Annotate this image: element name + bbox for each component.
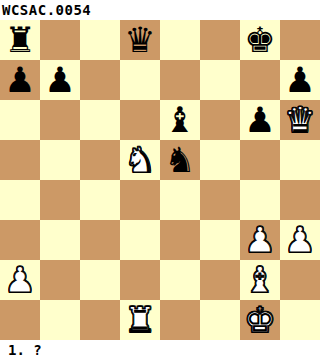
square-f3[interactable] <box>200 220 240 260</box>
square-b4[interactable] <box>40 180 80 220</box>
black-king: ♚ <box>244 20 275 60</box>
square-e6[interactable]: ♝ <box>160 100 200 140</box>
square-g2[interactable]: ♝ <box>240 260 280 300</box>
black-knight: ♞ <box>164 140 195 180</box>
square-g1[interactable]: ♚ <box>240 300 280 340</box>
chess-board: ♜♛♚♟♟♟♝♟♛♞♞♟♟♟♝♜♚ <box>0 20 320 340</box>
square-d3[interactable] <box>120 220 160 260</box>
square-g7[interactable] <box>240 60 280 100</box>
square-f2[interactable] <box>200 260 240 300</box>
black-pawn: ♟ <box>4 60 35 100</box>
square-f6[interactable] <box>200 100 240 140</box>
square-d6[interactable] <box>120 100 160 140</box>
square-c7[interactable] <box>80 60 120 100</box>
square-a7[interactable]: ♟ <box>0 60 40 100</box>
square-d2[interactable] <box>120 260 160 300</box>
square-a3[interactable] <box>0 220 40 260</box>
square-d1[interactable]: ♜ <box>120 300 160 340</box>
square-e1[interactable] <box>160 300 200 340</box>
square-h4[interactable] <box>280 180 320 220</box>
white-pawn: ♟ <box>244 220 275 260</box>
black-queen: ♛ <box>124 20 155 60</box>
square-g6[interactable]: ♟ <box>240 100 280 140</box>
square-h7[interactable]: ♟ <box>280 60 320 100</box>
square-b5[interactable] <box>40 140 80 180</box>
square-b7[interactable]: ♟ <box>40 60 80 100</box>
square-a8[interactable]: ♜ <box>0 20 40 60</box>
square-h2[interactable] <box>280 260 320 300</box>
square-e4[interactable] <box>160 180 200 220</box>
square-d4[interactable] <box>120 180 160 220</box>
square-a1[interactable] <box>0 300 40 340</box>
square-e8[interactable] <box>160 20 200 60</box>
black-bishop: ♝ <box>164 100 195 140</box>
square-e5[interactable]: ♞ <box>160 140 200 180</box>
white-queen: ♛ <box>284 100 315 140</box>
square-c3[interactable] <box>80 220 120 260</box>
square-f5[interactable] <box>200 140 240 180</box>
puzzle-title: WCSAC.0054 <box>0 0 320 20</box>
square-a2[interactable]: ♟ <box>0 260 40 300</box>
square-g5[interactable] <box>240 140 280 180</box>
square-b2[interactable] <box>40 260 80 300</box>
square-c4[interactable] <box>80 180 120 220</box>
black-pawn: ♟ <box>244 100 275 140</box>
move-prompt: 1. ? <box>0 340 320 360</box>
square-h8[interactable] <box>280 20 320 60</box>
square-b6[interactable] <box>40 100 80 140</box>
white-king: ♚ <box>244 300 275 340</box>
square-g4[interactable] <box>240 180 280 220</box>
square-b3[interactable] <box>40 220 80 260</box>
black-rook: ♜ <box>4 20 35 60</box>
square-e7[interactable] <box>160 60 200 100</box>
white-knight: ♞ <box>124 140 155 180</box>
square-f1[interactable] <box>200 300 240 340</box>
square-e2[interactable] <box>160 260 200 300</box>
white-pawn: ♟ <box>284 220 315 260</box>
black-pawn: ♟ <box>284 60 315 100</box>
square-d8[interactable]: ♛ <box>120 20 160 60</box>
square-e3[interactable] <box>160 220 200 260</box>
white-pawn: ♟ <box>4 260 35 300</box>
black-pawn: ♟ <box>44 60 75 100</box>
white-bishop: ♝ <box>244 260 275 300</box>
square-f4[interactable] <box>200 180 240 220</box>
square-a6[interactable] <box>0 100 40 140</box>
square-b8[interactable] <box>40 20 80 60</box>
square-a4[interactable] <box>0 180 40 220</box>
square-d7[interactable] <box>120 60 160 100</box>
square-b1[interactable] <box>40 300 80 340</box>
square-a5[interactable] <box>0 140 40 180</box>
square-g8[interactable]: ♚ <box>240 20 280 60</box>
square-f8[interactable] <box>200 20 240 60</box>
square-c8[interactable] <box>80 20 120 60</box>
square-c6[interactable] <box>80 100 120 140</box>
square-h6[interactable]: ♛ <box>280 100 320 140</box>
square-c2[interactable] <box>80 260 120 300</box>
white-rook: ♜ <box>124 300 155 340</box>
square-g3[interactable]: ♟ <box>240 220 280 260</box>
square-c5[interactable] <box>80 140 120 180</box>
square-f7[interactable] <box>200 60 240 100</box>
square-h5[interactable] <box>280 140 320 180</box>
square-c1[interactable] <box>80 300 120 340</box>
square-h3[interactable]: ♟ <box>280 220 320 260</box>
square-h1[interactable] <box>280 300 320 340</box>
square-d5[interactable]: ♞ <box>120 140 160 180</box>
